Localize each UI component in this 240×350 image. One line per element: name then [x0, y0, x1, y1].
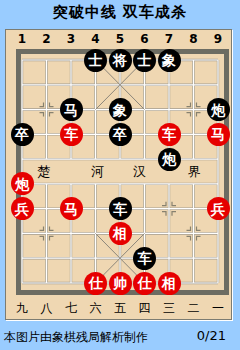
black-elephant[interactable]: 象: [158, 49, 181, 72]
top-col-label-3: 3: [61, 32, 82, 46]
bottom-col-label-4: 六: [85, 301, 106, 315]
red-chariot[interactable]: 车: [158, 123, 181, 146]
bottom-col-label-3: 七: [61, 301, 82, 315]
river-char: 界: [188, 165, 201, 179]
black-chariot[interactable]: 车: [133, 247, 156, 270]
puzzle-title: 突破中线 双车成杀: [0, 3, 240, 22]
red-chariot[interactable]: 车: [60, 123, 83, 146]
top-col-label-7: 7: [159, 32, 180, 46]
black-king[interactable]: 将: [109, 49, 132, 72]
red-king[interactable]: 帅: [109, 272, 132, 295]
bottom-col-label-1: 九: [12, 301, 33, 315]
top-col-label-2: 2: [36, 32, 57, 46]
red-pawn[interactable]: 兵: [11, 197, 34, 220]
bottom-col-label-6: 四: [134, 301, 155, 315]
red-elephant[interactable]: 相: [109, 222, 132, 245]
red-cannon[interactable]: 炮: [11, 172, 34, 195]
black-horse[interactable]: 马: [60, 98, 83, 121]
top-col-label-6: 6: [134, 32, 155, 46]
top-col-label-9: 9: [208, 32, 229, 46]
top-col-label-4: 4: [85, 32, 106, 46]
bottom-col-label-8: 二: [183, 301, 204, 315]
black-pawn[interactable]: 卒: [11, 123, 34, 146]
bottom-col-label-7: 三: [159, 301, 180, 315]
red-pawn[interactable]: 兵: [207, 197, 230, 220]
black-cannon[interactable]: 炮: [158, 148, 181, 171]
black-elephant[interactable]: 象: [109, 98, 132, 121]
river-char: 汉: [133, 165, 146, 179]
black-pawn[interactable]: 卒: [109, 123, 132, 146]
xiangqi-puzzle-screen: 突破中线 双车成杀 123456789 九八七六五四三二一 楚河 汉界 士将士象…: [0, 0, 240, 350]
river-char: 楚: [37, 165, 50, 179]
move-counter: 0/21: [197, 328, 226, 343]
bottom-col-label-9: 一: [208, 301, 229, 315]
red-horse[interactable]: 马: [60, 197, 83, 220]
top-col-label-5: 5: [110, 32, 131, 46]
top-col-label-8: 8: [183, 32, 204, 46]
red-advisor[interactable]: 仕: [84, 272, 107, 295]
black-advisor[interactable]: 士: [84, 49, 107, 72]
red-advisor[interactable]: 仕: [133, 272, 156, 295]
black-advisor[interactable]: 士: [133, 49, 156, 72]
red-horse[interactable]: 马: [207, 123, 230, 146]
red-elephant[interactable]: 相: [158, 272, 181, 295]
top-col-label-1: 1: [12, 32, 33, 46]
river-text-left: 楚河: [37, 165, 104, 179]
bottom-col-label-2: 八: [36, 301, 57, 315]
black-cannon[interactable]: 炮: [207, 98, 230, 121]
black-chariot[interactable]: 车: [109, 197, 132, 220]
bottom-col-label-5: 五: [110, 301, 131, 315]
credit-text: 本图片由象棋残局解析制作: [4, 329, 148, 346]
river-char: 河: [91, 165, 104, 179]
